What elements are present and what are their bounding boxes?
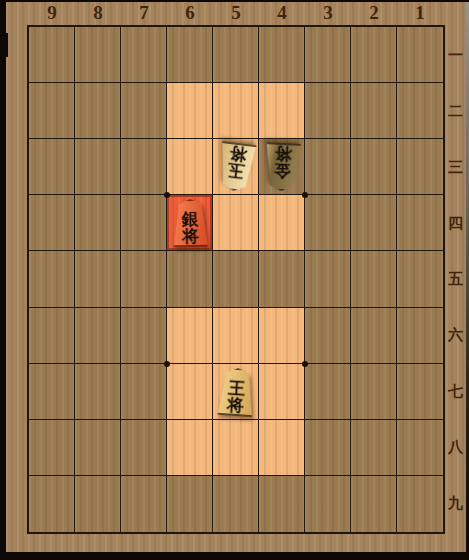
square-7-7[interactable] bbox=[121, 364, 167, 420]
square-7-2[interactable] bbox=[121, 83, 167, 139]
square-3-3[interactable] bbox=[305, 139, 351, 195]
square-1-5[interactable] bbox=[397, 251, 443, 307]
piece-sente-king[interactable]: 王将 bbox=[215, 366, 257, 417]
square-1-6[interactable] bbox=[397, 308, 443, 364]
frame-notch bbox=[0, 33, 8, 57]
square-8-9[interactable] bbox=[75, 476, 121, 532]
square-2-2[interactable] bbox=[351, 83, 397, 139]
square-8-5[interactable] bbox=[75, 251, 121, 307]
square-2-6[interactable] bbox=[351, 308, 397, 364]
square-6-3[interactable] bbox=[167, 139, 213, 195]
file-label-4: 4 bbox=[259, 1, 305, 25]
rank-label-7: 七 bbox=[444, 364, 467, 420]
square-4-1[interactable] bbox=[259, 27, 305, 83]
square-3-7[interactable] bbox=[305, 364, 351, 420]
square-8-1[interactable] bbox=[75, 27, 121, 83]
square-7-9[interactable] bbox=[121, 476, 167, 532]
square-8-8[interactable] bbox=[75, 420, 121, 476]
piece-kanji: 将 bbox=[228, 144, 247, 163]
board-grid: 玉将金将銀将王将 bbox=[27, 25, 445, 534]
square-9-5[interactable] bbox=[29, 251, 75, 307]
square-3-1[interactable] bbox=[305, 27, 351, 83]
square-6-2[interactable] bbox=[167, 83, 213, 139]
file-label-8: 8 bbox=[75, 1, 121, 25]
file-label-9: 9 bbox=[29, 1, 75, 25]
square-5-8[interactable] bbox=[213, 420, 259, 476]
square-4-2[interactable] bbox=[259, 83, 305, 139]
shogi-board: 987654321 一二三四五六七八九 玉将金将銀将王将 bbox=[0, 0, 469, 560]
piece-kanji: 玉 bbox=[226, 161, 245, 180]
square-6-8[interactable] bbox=[167, 420, 213, 476]
square-1-8[interactable] bbox=[397, 420, 443, 476]
square-9-8[interactable] bbox=[29, 420, 75, 476]
square-4-7[interactable] bbox=[259, 364, 305, 420]
square-9-3[interactable] bbox=[29, 139, 75, 195]
file-label-5: 5 bbox=[213, 1, 259, 25]
square-4-9[interactable] bbox=[259, 476, 305, 532]
square-9-9[interactable] bbox=[29, 476, 75, 532]
square-1-1[interactable] bbox=[397, 27, 443, 83]
file-label-1: 1 bbox=[397, 1, 443, 25]
rank-coordinates: 一二三四五六七八九 bbox=[444, 27, 467, 532]
square-5-5[interactable] bbox=[213, 251, 259, 307]
file-label-2: 2 bbox=[351, 1, 397, 25]
square-6-5[interactable] bbox=[167, 251, 213, 307]
piece-kanji: 将 bbox=[182, 228, 199, 245]
square-7-3[interactable] bbox=[121, 139, 167, 195]
square-5-6[interactable] bbox=[213, 308, 259, 364]
square-8-4[interactable] bbox=[75, 195, 121, 251]
piece-face-sente-king: 王将 bbox=[215, 366, 257, 417]
square-7-5[interactable] bbox=[121, 251, 167, 307]
square-6-6[interactable] bbox=[167, 308, 213, 364]
square-9-4[interactable] bbox=[29, 195, 75, 251]
square-3-9[interactable] bbox=[305, 476, 351, 532]
piece-sente-silver[interactable]: 銀将 bbox=[170, 199, 210, 248]
rank-label-4: 四 bbox=[444, 195, 467, 251]
piece-kanji: 将 bbox=[226, 396, 244, 414]
rank-label-9: 九 bbox=[444, 476, 467, 532]
square-2-5[interactable] bbox=[351, 251, 397, 307]
square-2-7[interactable] bbox=[351, 364, 397, 420]
square-1-7[interactable] bbox=[397, 364, 443, 420]
square-8-6[interactable] bbox=[75, 308, 121, 364]
star-point bbox=[302, 361, 308, 367]
square-2-8[interactable] bbox=[351, 420, 397, 476]
piece-face-sente-silver: 銀将 bbox=[170, 199, 210, 248]
piece-kanji: 将 bbox=[274, 145, 292, 163]
square-5-1[interactable] bbox=[213, 27, 259, 83]
square-3-4[interactable] bbox=[305, 195, 351, 251]
star-point bbox=[164, 361, 170, 367]
piece-face-gote-king: 玉将 bbox=[214, 141, 259, 193]
piece-face-gote-gold: 金将 bbox=[261, 142, 302, 192]
square-3-5[interactable] bbox=[305, 251, 351, 307]
file-label-6: 6 bbox=[167, 1, 213, 25]
square-5-4[interactable] bbox=[213, 195, 259, 251]
square-4-8[interactable] bbox=[259, 420, 305, 476]
square-1-2[interactable] bbox=[397, 83, 443, 139]
square-7-1[interactable] bbox=[121, 27, 167, 83]
file-coordinates: 987654321 bbox=[29, 1, 443, 25]
square-6-1[interactable] bbox=[167, 27, 213, 83]
square-2-4[interactable] bbox=[351, 195, 397, 251]
square-7-8[interactable] bbox=[121, 420, 167, 476]
rank-label-3: 三 bbox=[444, 139, 467, 195]
square-4-4[interactable] bbox=[259, 195, 305, 251]
square-6-9[interactable] bbox=[167, 476, 213, 532]
square-9-1[interactable] bbox=[29, 27, 75, 83]
square-4-6[interactable] bbox=[259, 308, 305, 364]
piece-gote-gold[interactable]: 金将 bbox=[261, 142, 302, 192]
square-3-2[interactable] bbox=[305, 83, 351, 139]
square-8-3[interactable] bbox=[75, 139, 121, 195]
rank-label-6: 六 bbox=[444, 308, 467, 364]
file-label-7: 7 bbox=[121, 1, 167, 25]
square-6-7[interactable] bbox=[167, 364, 213, 420]
piece-gote-king[interactable]: 玉将 bbox=[214, 141, 259, 193]
square-1-9[interactable] bbox=[397, 476, 443, 532]
rank-label-2: 二 bbox=[444, 83, 467, 139]
square-1-3[interactable] bbox=[397, 139, 443, 195]
square-8-7[interactable] bbox=[75, 364, 121, 420]
square-8-2[interactable] bbox=[75, 83, 121, 139]
square-3-6[interactable] bbox=[305, 308, 351, 364]
square-4-5[interactable] bbox=[259, 251, 305, 307]
file-label-3: 3 bbox=[305, 1, 351, 25]
rank-label-5: 五 bbox=[444, 251, 467, 307]
square-5-9[interactable] bbox=[213, 476, 259, 532]
square-2-3[interactable] bbox=[351, 139, 397, 195]
square-5-2[interactable] bbox=[213, 83, 259, 139]
square-9-6[interactable] bbox=[29, 308, 75, 364]
square-9-7[interactable] bbox=[29, 364, 75, 420]
square-7-6[interactable] bbox=[121, 308, 167, 364]
square-9-2[interactable] bbox=[29, 83, 75, 139]
rank-label-8: 八 bbox=[444, 420, 467, 476]
square-1-4[interactable] bbox=[397, 195, 443, 251]
piece-kanji: 金 bbox=[273, 162, 291, 180]
square-2-9[interactable] bbox=[351, 476, 397, 532]
square-7-4[interactable] bbox=[121, 195, 167, 251]
square-3-8[interactable] bbox=[305, 420, 351, 476]
square-2-1[interactable] bbox=[351, 27, 397, 83]
rank-label-1: 一 bbox=[444, 27, 467, 83]
